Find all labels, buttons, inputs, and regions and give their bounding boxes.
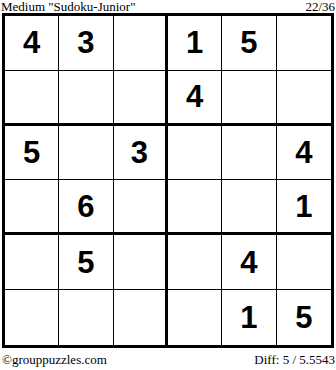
- given-digit: 4: [240, 247, 257, 278]
- cell-r6c4[interactable]: [168, 290, 222, 345]
- copyright-text: ©grouppuzzles.com: [2, 352, 107, 367]
- difficulty-text: Diff: 5 / 5.5543: [254, 352, 335, 367]
- cell-r3c1: 5: [5, 126, 59, 181]
- given-digit: 5: [295, 302, 312, 333]
- cell-r3c3: 3: [114, 126, 168, 181]
- sudoku-page: Medium "Sudoku-Junior" 22/36 43154534615…: [0, 0, 336, 370]
- cell-r4c6: 1: [277, 180, 331, 235]
- given-digit: 1: [186, 27, 203, 58]
- cell-r4c3[interactable]: [114, 180, 168, 235]
- given-digit: 6: [77, 191, 94, 222]
- cell-r2c5[interactable]: [222, 71, 276, 126]
- cell-r2c1[interactable]: [5, 71, 59, 126]
- cell-r1c4: 1: [168, 16, 222, 71]
- header: Medium "Sudoku-Junior" 22/36: [1, 0, 335, 13]
- cell-r5c4[interactable]: [168, 235, 222, 290]
- cell-r4c4[interactable]: [168, 180, 222, 235]
- cell-r2c4: 4: [168, 71, 222, 126]
- cell-r4c5[interactable]: [222, 180, 276, 235]
- given-digit: 4: [23, 27, 40, 58]
- cell-r6c3[interactable]: [114, 290, 168, 345]
- footer: ©grouppuzzles.com Diff: 5 / 5.5543: [2, 352, 335, 367]
- cell-r6c2[interactable]: [59, 290, 113, 345]
- cell-r5c5: 4: [222, 235, 276, 290]
- given-digit: 5: [23, 137, 40, 168]
- cell-r3c2[interactable]: [59, 126, 113, 181]
- given-digit: 3: [131, 137, 148, 168]
- cell-r6c6: 5: [277, 290, 331, 345]
- cell-r5c3[interactable]: [114, 235, 168, 290]
- cell-r1c1: 4: [5, 16, 59, 71]
- cell-r4c2: 6: [59, 180, 113, 235]
- cell-r5c6[interactable]: [277, 235, 331, 290]
- puzzle-title: Medium "Sudoku-Junior": [1, 0, 135, 13]
- cell-r6c1[interactable]: [5, 290, 59, 345]
- cell-r2c6[interactable]: [277, 71, 331, 126]
- cell-r3c6: 4: [277, 126, 331, 181]
- cell-r5c2: 5: [59, 235, 113, 290]
- cell-r2c2[interactable]: [59, 71, 113, 126]
- cell-r2c3[interactable]: [114, 71, 168, 126]
- given-digit: 4: [295, 137, 312, 168]
- cell-r1c2: 3: [59, 16, 113, 71]
- given-digit: 3: [77, 27, 94, 58]
- cell-r3c5[interactable]: [222, 126, 276, 181]
- board: 43154534615415: [2, 13, 334, 348]
- cell-r5c1[interactable]: [5, 235, 59, 290]
- given-digit: 1: [240, 302, 257, 333]
- cell-r3c4[interactable]: [168, 126, 222, 181]
- cell-r4c1[interactable]: [5, 180, 59, 235]
- cell-r1c3[interactable]: [114, 16, 168, 71]
- given-digit: 1: [295, 191, 312, 222]
- given-digit: 4: [186, 81, 203, 112]
- givens-counter: 22/36: [305, 0, 335, 13]
- cell-r1c6[interactable]: [277, 16, 331, 71]
- cell-r1c5: 5: [222, 16, 276, 71]
- cell-r6c5: 1: [222, 290, 276, 345]
- given-digit: 5: [77, 247, 94, 278]
- given-digit: 5: [240, 27, 257, 58]
